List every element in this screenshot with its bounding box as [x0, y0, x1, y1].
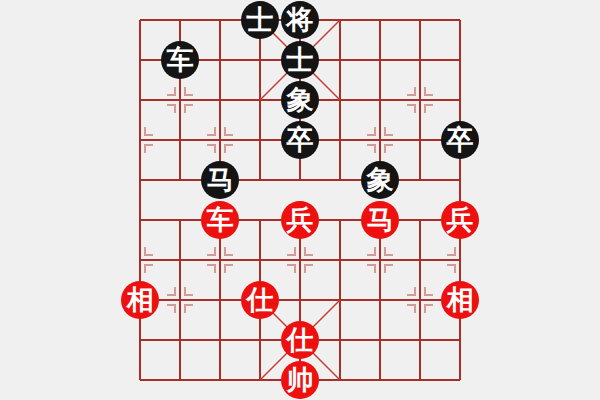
piece-red-soldier[interactable]: 兵: [281, 201, 319, 239]
piece-red-general[interactable]: 帅: [281, 361, 319, 399]
piece-black-elephant[interactable]: 象: [361, 161, 399, 199]
board-grid[interactable]: 士将车士象卒卒马象车兵马兵相仕相仕帅: [120, 0, 480, 400]
piece-red-advisor[interactable]: 仕: [241, 281, 279, 319]
piece-red-chariot[interactable]: 车: [201, 201, 239, 239]
piece-red-soldier[interactable]: 兵: [441, 201, 479, 239]
piece-red-elephant[interactable]: 相: [121, 281, 159, 319]
piece-red-elephant[interactable]: 相: [441, 281, 479, 319]
piece-black-advisor[interactable]: 士: [241, 1, 279, 39]
piece-black-elephant[interactable]: 象: [281, 81, 319, 119]
piece-black-advisor[interactable]: 士: [281, 41, 319, 79]
piece-black-general[interactable]: 将: [281, 1, 319, 39]
piece-red-advisor[interactable]: 仕: [281, 321, 319, 359]
piece-black-chariot[interactable]: 车: [161, 41, 199, 79]
piece-black-horse[interactable]: 马: [201, 161, 239, 199]
piece-black-soldier[interactable]: 卒: [441, 121, 479, 159]
piece-red-horse[interactable]: 马: [361, 201, 399, 239]
piece-black-soldier[interactable]: 卒: [281, 121, 319, 159]
xiangqi-board: 士将车士象卒卒马象车兵马兵相仕相仕帅: [0, 0, 600, 400]
